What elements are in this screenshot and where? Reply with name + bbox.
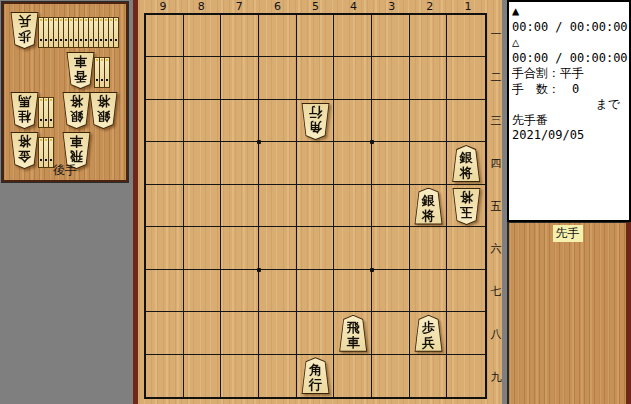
- board-cell-9-3[interactable]: [146, 100, 184, 142]
- gote-hand-rows: 歩兵香車桂馬銀将銀将金将飛車: [10, 9, 124, 169]
- board-cell-3-5[interactable]: [372, 185, 410, 227]
- board-cell-8-5[interactable]: [184, 185, 222, 227]
- board-cell-7-5[interactable]: [221, 185, 259, 227]
- board-cell-3-4[interactable]: [372, 142, 410, 184]
- star-point: [257, 268, 261, 272]
- board-cell-9-8[interactable]: [146, 312, 184, 354]
- board-cell-1-9[interactable]: [447, 355, 485, 397]
- hand-group-銀将-x2[interactable]: 銀将銀将: [62, 92, 118, 129]
- rank-label-一: 一: [489, 13, 503, 56]
- board-cell-4-4[interactable]: [334, 142, 372, 184]
- board-cell-1-3[interactable]: [447, 100, 485, 142]
- shogi-piece-玉将-1五[interactable]: 玉将: [452, 188, 481, 225]
- board-cell-4-9[interactable]: [334, 355, 372, 397]
- rank-label-五: 五: [489, 185, 503, 228]
- file-label-4: 4: [335, 0, 373, 13]
- board-cell-7-2[interactable]: [221, 57, 259, 99]
- rank-label-六: 六: [489, 227, 503, 270]
- board-cell-6-8[interactable]: [259, 312, 297, 354]
- board-cell-9-4[interactable]: [146, 142, 184, 184]
- hand-group-香車-x4[interactable]: 香車: [66, 52, 110, 89]
- board-cell-6-4[interactable]: [259, 142, 297, 184]
- board-cell-7-8[interactable]: [221, 312, 259, 354]
- game-info-panel: ▲00:00 / 00:00:00△00:00 / 00:00:00手合割：平手…: [507, 0, 631, 222]
- file-label-6: 6: [258, 0, 296, 13]
- star-point: [370, 140, 374, 144]
- board-cell-6-5[interactable]: [259, 185, 297, 227]
- shogi-piece-銀将-1四[interactable]: 銀将: [452, 145, 481, 182]
- board-cell-2-4[interactable]: [410, 142, 448, 184]
- shogi-piece-銀将-2五[interactable]: 銀将: [414, 188, 443, 225]
- board-cell-9-6[interactable]: [146, 227, 184, 269]
- board-cell-9-5[interactable]: [146, 185, 184, 227]
- board-cell-5-1[interactable]: [297, 15, 335, 57]
- board-cell-3-9[interactable]: [372, 355, 410, 397]
- board-cell-7-3[interactable]: [221, 100, 259, 142]
- file-label-3: 3: [373, 0, 411, 13]
- info-sente-mark: ▲: [512, 4, 626, 20]
- board-panel: 987654321 角行銀将銀将玉将飛車歩兵角行 一二三四五六七八九: [133, 0, 502, 404]
- board-cell-3-3[interactable]: [372, 100, 410, 142]
- board-cell-9-9[interactable]: [146, 355, 184, 397]
- board-cell-5-2[interactable]: [297, 57, 335, 99]
- board-cell-4-2[interactable]: [334, 57, 372, 99]
- board-cell-2-9[interactable]: [410, 355, 448, 397]
- panel-edge-trim: [133, 0, 138, 404]
- hand-row: 歩兵: [10, 9, 124, 49]
- board-cell-8-2[interactable]: [184, 57, 222, 99]
- board-cell-1-2[interactable]: [447, 57, 485, 99]
- hand-row: 香車: [10, 49, 124, 89]
- board-cell-1-6[interactable]: [447, 227, 485, 269]
- rank-label-二: 二: [489, 56, 503, 99]
- file-label-2: 2: [411, 0, 449, 13]
- file-label-9: 9: [144, 0, 182, 13]
- board-cell-3-7[interactable]: [372, 270, 410, 312]
- board-cell-7-4[interactable]: [221, 142, 259, 184]
- board-cell-8-7[interactable]: [184, 270, 222, 312]
- info-sente-time: 00:00 / 00:00:00: [512, 20, 626, 36]
- board-cell-9-1[interactable]: [146, 15, 184, 57]
- info-turn: 先手番: [512, 113, 626, 129]
- stacked-piece-edge: [113, 17, 119, 48]
- board-cell-2-7[interactable]: [410, 270, 448, 312]
- board-cell-2-6[interactable]: [410, 227, 448, 269]
- board-cell-4-3[interactable]: [334, 100, 372, 142]
- board-cell-5-8[interactable]: [297, 312, 335, 354]
- board-cell-8-4[interactable]: [184, 142, 222, 184]
- info-date: 2021/09/05: [512, 128, 626, 144]
- board-cell-5-6[interactable]: [297, 227, 335, 269]
- board-cell-6-6[interactable]: [259, 227, 297, 269]
- shogi-piece-銀将-gote[interactable]: 銀将: [89, 92, 118, 129]
- board-cell-8-6[interactable]: [184, 227, 222, 269]
- board-cell-3-1[interactable]: [372, 15, 410, 57]
- stacked-piece-edge: [104, 57, 110, 88]
- board-cell-2-2[interactable]: [410, 57, 448, 99]
- board-cell-4-1[interactable]: [334, 15, 372, 57]
- shogi-piece-角行-5三[interactable]: 角行: [301, 103, 330, 140]
- board-cell-2-3[interactable]: [410, 100, 448, 142]
- board-cell-4-6[interactable]: [334, 227, 372, 269]
- board-cell-8-1[interactable]: [184, 15, 222, 57]
- board-cell-6-3[interactable]: [259, 100, 297, 142]
- shogi-piece-歩兵-gote[interactable]: 歩兵: [10, 12, 39, 49]
- rank-label-七: 七: [489, 270, 503, 313]
- board-cell-7-1[interactable]: [221, 15, 259, 57]
- board-cell-2-1[interactable]: [410, 15, 448, 57]
- board-cell-6-2[interactable]: [259, 57, 297, 99]
- board-cell-6-7[interactable]: [259, 270, 297, 312]
- board-cell-3-6[interactable]: [372, 227, 410, 269]
- info-gote-time: 00:00 / 00:00:00: [512, 51, 626, 67]
- rank-label-四: 四: [489, 142, 503, 185]
- info-move-count: 手 数： 0: [512, 82, 626, 98]
- rank-label-三: 三: [489, 99, 503, 142]
- hand-row: 桂馬銀将銀将: [10, 89, 124, 129]
- shogi-piece-銀将-gote[interactable]: 銀将: [62, 92, 91, 129]
- board-cell-4-5[interactable]: [334, 185, 372, 227]
- hand-group-桂馬-x4[interactable]: 桂馬: [10, 92, 54, 129]
- board-cell-8-3[interactable]: [184, 100, 222, 142]
- file-coordinate-labels: 987654321: [144, 0, 487, 13]
- gote-hand-panel: 歩兵香車桂馬銀将銀将金将飛車 後手: [2, 2, 128, 182]
- info-made: まで: [512, 97, 626, 113]
- board-cell-7-9[interactable]: [221, 355, 259, 397]
- board-cell-9-2[interactable]: [146, 57, 184, 99]
- board-cell-6-9[interactable]: [259, 355, 297, 397]
- board-cell-1-8[interactable]: [447, 312, 485, 354]
- shogi-board[interactable]: 角行銀将銀将玉将飛車歩兵角行: [144, 13, 487, 399]
- shogi-piece-角行-5九[interactable]: 角行: [301, 357, 330, 394]
- board-cell-1-1[interactable]: [447, 15, 485, 57]
- board-cell-9-7[interactable]: [146, 270, 184, 312]
- shogi-app-window: 歩兵香車桂馬銀将銀将金将飛車 後手 987654321 角行銀将銀将玉将飛車歩兵…: [0, 0, 631, 404]
- board-cell-8-9[interactable]: [184, 355, 222, 397]
- board-cell-5-7[interactable]: [297, 270, 335, 312]
- rank-coordinate-labels: 一二三四五六七八九: [489, 13, 503, 399]
- board-cell-7-7[interactable]: [221, 270, 259, 312]
- rank-label-九: 九: [489, 356, 503, 399]
- shogi-piece-香車-gote[interactable]: 香車: [66, 52, 95, 89]
- board-cell-8-8[interactable]: [184, 312, 222, 354]
- star-point: [370, 268, 374, 272]
- shogi-piece-飛車-4八[interactable]: 飛車: [339, 315, 368, 352]
- board-cell-7-6[interactable]: [221, 227, 259, 269]
- star-point: [257, 140, 261, 144]
- gote-hand-label: 後手: [4, 162, 126, 179]
- board-cell-5-4[interactable]: [297, 142, 335, 184]
- file-label-7: 7: [220, 0, 258, 13]
- board-cell-3-2[interactable]: [372, 57, 410, 99]
- file-label-5: 5: [296, 0, 334, 13]
- hand-group-歩兵-x17[interactable]: 歩兵: [10, 12, 119, 49]
- file-label-8: 8: [182, 0, 220, 13]
- sente-hand-panel: 先手: [507, 222, 631, 404]
- board-cell-4-7[interactable]: [334, 270, 372, 312]
- info-gote-mark: △: [512, 35, 626, 51]
- stacked-piece-edge: [48, 97, 54, 128]
- board-cell-5-5[interactable]: [297, 185, 335, 227]
- shogi-piece-桂馬-gote[interactable]: 桂馬: [10, 92, 39, 129]
- rank-label-八: 八: [489, 313, 503, 356]
- info-handicap: 手合割：平手: [512, 66, 626, 82]
- file-label-1: 1: [449, 0, 487, 13]
- board-cell-6-1[interactable]: [259, 15, 297, 57]
- shogi-piece-歩兵-2八[interactable]: 歩兵: [414, 315, 443, 352]
- sente-hand-label: 先手: [553, 225, 583, 242]
- board-cell-3-8[interactable]: [372, 312, 410, 354]
- board-cell-1-7[interactable]: [447, 270, 485, 312]
